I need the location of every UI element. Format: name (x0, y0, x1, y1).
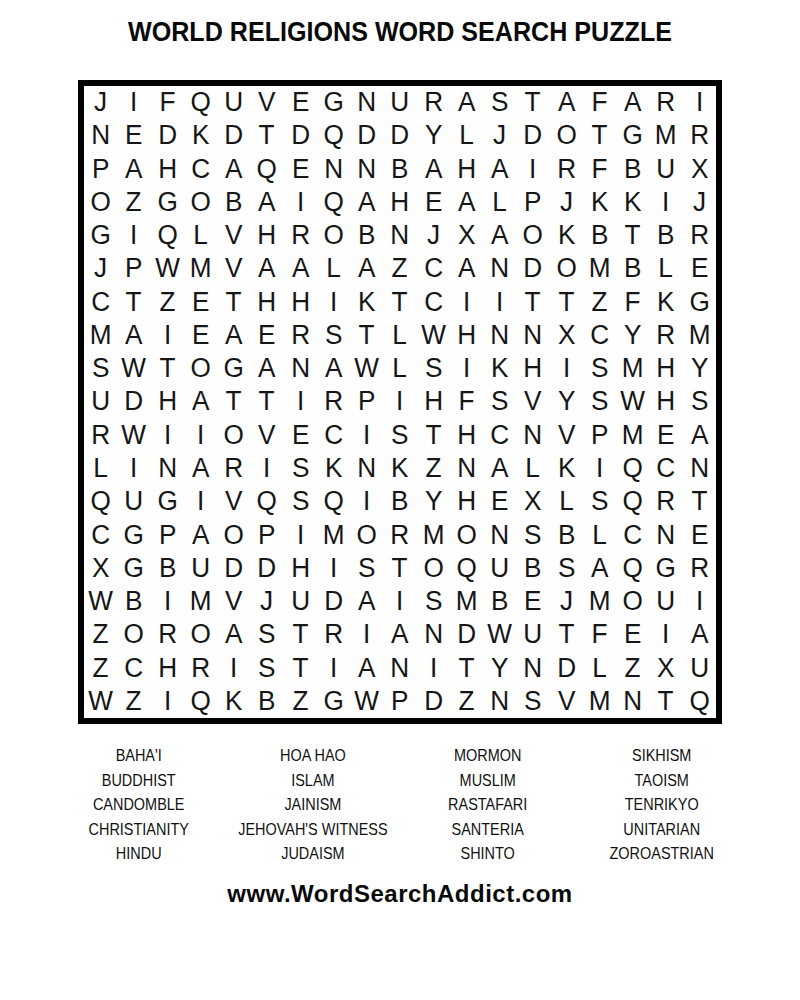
grid-cell-r18c6[interactable]: S (251, 651, 283, 684)
grid-cell-r10c17[interactable]: W (617, 385, 649, 418)
grid-cell-r4c16[interactable]: K (583, 186, 615, 219)
grid-cell-r13c14[interactable]: X (517, 485, 549, 518)
grid-cell-r4c1[interactable]: O (84, 186, 116, 219)
grid-cell-r1c2[interactable]: I (118, 86, 150, 119)
grid-cell-r11c2[interactable]: W (118, 419, 150, 452)
grid-cell-r10c2[interactable]: D (118, 385, 150, 418)
grid-cell-r14c11[interactable]: M (417, 518, 449, 551)
grid-cell-r10c7[interactable]: I (284, 385, 316, 418)
grid-cell-r12c3[interactable]: N (151, 452, 183, 485)
grid-cell-r8c12[interactable]: H (450, 319, 482, 352)
grid-cell-r5c10[interactable]: N (384, 219, 416, 252)
grid-cell-r11c6[interactable]: V (251, 419, 283, 452)
grid-cell-r5c11[interactable]: J (417, 219, 449, 252)
grid-cell-r7c4[interactable]: E (184, 286, 216, 319)
grid-cell-r18c18[interactable]: X (650, 651, 682, 684)
grid-cell-r12c18[interactable]: C (650, 452, 682, 485)
grid-cell-r7c5[interactable]: T (218, 286, 250, 319)
grid-cell-r14c19[interactable]: E (683, 518, 715, 551)
grid-cell-r19c10[interactable]: P (384, 685, 416, 718)
grid-cell-r2c10[interactable]: D (384, 119, 416, 152)
grid-cell-r7c6[interactable]: H (251, 286, 283, 319)
grid-cell-r6c3[interactable]: W (151, 252, 183, 285)
grid-cell-r3c4[interactable]: C (184, 153, 216, 186)
grid-cell-r7c17[interactable]: F (617, 286, 649, 319)
grid-cell-r3c3[interactable]: H (151, 153, 183, 186)
grid-cell-r17c15[interactable]: T (550, 618, 582, 651)
grid-cell-r12c9[interactable]: N (351, 452, 383, 485)
grid-cell-r5c1[interactable]: G (84, 219, 116, 252)
grid-cell-r2c15[interactable]: O (550, 119, 582, 152)
grid-cell-r11c16[interactable]: P (583, 419, 615, 452)
grid-cell-r8c15[interactable]: X (550, 319, 582, 352)
grid-cell-r16c9[interactable]: A (351, 585, 383, 618)
grid-cell-r18c3[interactable]: H (151, 651, 183, 684)
grid-cell-r13c11[interactable]: Y (417, 485, 449, 518)
grid-cell-r13c4[interactable]: I (184, 485, 216, 518)
grid-cell-r8c18[interactable]: R (650, 319, 682, 352)
grid-cell-r9c1[interactable]: S (84, 352, 116, 385)
grid-cell-r8c13[interactable]: N (484, 319, 516, 352)
grid-cell-r15c19[interactable]: R (683, 552, 715, 585)
grid-cell-r4c5[interactable]: B (218, 186, 250, 219)
grid-cell-r1c7[interactable]: E (284, 86, 316, 119)
grid-cell-r14c5[interactable]: O (218, 518, 250, 551)
grid-cell-r2c18[interactable]: M (650, 119, 682, 152)
grid-cell-r9c16[interactable]: S (583, 352, 615, 385)
grid-cell-r8c17[interactable]: Y (617, 319, 649, 352)
grid-cell-r16c10[interactable]: I (384, 585, 416, 618)
grid-cell-r2c11[interactable]: Y (417, 119, 449, 152)
grid-cell-r18c14[interactable]: N (517, 651, 549, 684)
grid-cell-r6c16[interactable]: M (583, 252, 615, 285)
grid-cell-r9c14[interactable]: H (517, 352, 549, 385)
grid-cell-r18c10[interactable]: N (384, 651, 416, 684)
grid-cell-r7c14[interactable]: T (517, 286, 549, 319)
grid-cell-r19c6[interactable]: B (251, 685, 283, 718)
grid-cell-r11c15[interactable]: V (550, 419, 582, 452)
grid-cell-r19c18[interactable]: T (650, 685, 682, 718)
grid-cell-r11c1[interactable]: R (84, 419, 116, 452)
grid-cell-r9c3[interactable]: T (151, 352, 183, 385)
grid-cell-r13c5[interactable]: V (218, 485, 250, 518)
grid-cell-r1c4[interactable]: Q (184, 86, 216, 119)
grid-cell-r16c15[interactable]: J (550, 585, 582, 618)
grid-cell-r18c9[interactable]: A (351, 651, 383, 684)
grid-cell-r5c19[interactable]: R (683, 219, 715, 252)
grid-cell-r1c9[interactable]: N (351, 86, 383, 119)
grid-cell-r14c1[interactable]: C (84, 518, 116, 551)
grid-cell-r16c5[interactable]: V (218, 585, 250, 618)
grid-cell-r15c13[interactable]: U (484, 552, 516, 585)
grid-cell-r7c12[interactable]: I (450, 286, 482, 319)
grid-cell-r6c2[interactable]: P (118, 252, 150, 285)
grid-cell-r14c6[interactable]: P (251, 518, 283, 551)
grid-cell-r9c18[interactable]: H (650, 352, 682, 385)
grid-cell-r19c7[interactable]: Z (284, 685, 316, 718)
grid-cell-r10c1[interactable]: U (84, 385, 116, 418)
grid-cell-r12c1[interactable]: L (84, 452, 116, 485)
grid-cell-r7c13[interactable]: I (484, 286, 516, 319)
grid-cell-r19c17[interactable]: N (617, 685, 649, 718)
grid-cell-r3c12[interactable]: H (450, 153, 482, 186)
grid-cell-r8c19[interactable]: M (683, 319, 715, 352)
grid-cell-r12c15[interactable]: K (550, 452, 582, 485)
grid-cell-r6c14[interactable]: D (517, 252, 549, 285)
grid-cell-r9c7[interactable]: N (284, 352, 316, 385)
grid-cell-r9c4[interactable]: O (184, 352, 216, 385)
grid-cell-r14c7[interactable]: I (284, 518, 316, 551)
grid-cell-r17c9[interactable]: I (351, 618, 383, 651)
grid-cell-r10c6[interactable]: T (251, 385, 283, 418)
grid-cell-r19c13[interactable]: N (484, 685, 516, 718)
grid-cell-r8c11[interactable]: W (417, 319, 449, 352)
grid-cell-r3c13[interactable]: A (484, 153, 516, 186)
grid-cell-r10c12[interactable]: F (450, 385, 482, 418)
grid-cell-r19c9[interactable]: W (351, 685, 383, 718)
grid-cell-r9c9[interactable]: W (351, 352, 383, 385)
grid-cell-r14c16[interactable]: L (583, 518, 615, 551)
grid-cell-r18c7[interactable]: T (284, 651, 316, 684)
grid-cell-r18c12[interactable]: T (450, 651, 482, 684)
grid-cell-r14c18[interactable]: N (650, 518, 682, 551)
grid-cell-r15c18[interactable]: G (650, 552, 682, 585)
grid-cell-r11c4[interactable]: I (184, 419, 216, 452)
grid-cell-r5c5[interactable]: V (218, 219, 250, 252)
grid-cell-r2c3[interactable]: D (151, 119, 183, 152)
grid-cell-r5c2[interactable]: I (118, 219, 150, 252)
grid-cell-r16c18[interactable]: U (650, 585, 682, 618)
grid-cell-r7c15[interactable]: T (550, 286, 582, 319)
grid-cell-r15c8[interactable]: I (317, 552, 349, 585)
grid-cell-r17c17[interactable]: E (617, 618, 649, 651)
grid-cell-r4c13[interactable]: L (484, 186, 516, 219)
grid-cell-r10c13[interactable]: S (484, 385, 516, 418)
grid-cell-r1c3[interactable]: F (151, 86, 183, 119)
grid-cell-r18c11[interactable]: I (417, 651, 449, 684)
grid-cell-r8c1[interactable]: M (84, 319, 116, 352)
grid-cell-r18c19[interactable]: U (683, 651, 715, 684)
grid-cell-r7c7[interactable]: H (284, 286, 316, 319)
grid-cell-r16c6[interactable]: J (251, 585, 283, 618)
grid-cell-r12c4[interactable]: A (184, 452, 216, 485)
grid-cell-r6c4[interactable]: M (184, 252, 216, 285)
grid-cell-r11c12[interactable]: H (450, 419, 482, 452)
grid-cell-r5c14[interactable]: O (517, 219, 549, 252)
grid-cell-r14c2[interactable]: G (118, 518, 150, 551)
grid-cell-r19c4[interactable]: Q (184, 685, 216, 718)
grid-cell-r15c17[interactable]: Q (617, 552, 649, 585)
grid-cell-r17c14[interactable]: U (517, 618, 549, 651)
grid-cell-r17c19[interactable]: A (683, 618, 715, 651)
grid-cell-r17c1[interactable]: Z (84, 618, 116, 651)
grid-cell-r2c13[interactable]: J (484, 119, 516, 152)
grid-cell-r13c9[interactable]: I (351, 485, 383, 518)
grid-cell-r15c10[interactable]: T (384, 552, 416, 585)
grid-cell-r19c16[interactable]: M (583, 685, 615, 718)
grid-cell-r6c18[interactable]: L (650, 252, 682, 285)
grid-cell-r16c16[interactable]: M (583, 585, 615, 618)
grid-cell-r6c1[interactable]: J (84, 252, 116, 285)
grid-cell-r5c13[interactable]: A (484, 219, 516, 252)
grid-cell-r9c19[interactable]: Y (683, 352, 715, 385)
grid-cell-r1c18[interactable]: R (650, 86, 682, 119)
grid-cell-r16c3[interactable]: I (151, 585, 183, 618)
grid-cell-r6c11[interactable]: C (417, 252, 449, 285)
grid-cell-r11c17[interactable]: M (617, 419, 649, 452)
grid-cell-r12c6[interactable]: I (251, 452, 283, 485)
grid-cell-r4c18[interactable]: I (650, 186, 682, 219)
grid-cell-r10c5[interactable]: T (218, 385, 250, 418)
grid-cell-r6c7[interactable]: A (284, 252, 316, 285)
grid-cell-r18c5[interactable]: I (218, 651, 250, 684)
grid-cell-r5c18[interactable]: B (650, 219, 682, 252)
grid-cell-r13c19[interactable]: T (683, 485, 715, 518)
grid-cell-r2c6[interactable]: T (251, 119, 283, 152)
grid-cell-r11c9[interactable]: I (351, 419, 383, 452)
grid-cell-r13c13[interactable]: E (484, 485, 516, 518)
grid-cell-r4c8[interactable]: Q (317, 186, 349, 219)
grid-cell-r4c12[interactable]: A (450, 186, 482, 219)
grid-cell-r11c10[interactable]: S (384, 419, 416, 452)
grid-cell-r17c3[interactable]: R (151, 618, 183, 651)
grid-cell-r15c1[interactable]: X (84, 552, 116, 585)
grid-cell-r11c13[interactable]: C (484, 419, 516, 452)
grid-cell-r16c13[interactable]: B (484, 585, 516, 618)
grid-cell-r15c3[interactable]: B (151, 552, 183, 585)
grid-cell-r9c12[interactable]: I (450, 352, 482, 385)
grid-cell-r15c4[interactable]: U (184, 552, 216, 585)
grid-cell-r17c10[interactable]: A (384, 618, 416, 651)
grid-cell-r3c9[interactable]: N (351, 153, 383, 186)
grid-cell-r3c18[interactable]: U (650, 153, 682, 186)
grid-cell-r4c14[interactable]: P (517, 186, 549, 219)
grid-cell-r1c11[interactable]: R (417, 86, 449, 119)
grid-cell-r9c17[interactable]: M (617, 352, 649, 385)
grid-cell-r1c19[interactable]: I (683, 86, 715, 119)
grid-cell-r6c6[interactable]: A (251, 252, 283, 285)
grid-cell-r10c9[interactable]: P (351, 385, 383, 418)
grid-cell-r9c2[interactable]: W (118, 352, 150, 385)
grid-cell-r9c11[interactable]: S (417, 352, 449, 385)
grid-cell-r11c11[interactable]: T (417, 419, 449, 452)
grid-cell-r17c2[interactable]: O (118, 618, 150, 651)
grid-cell-r2c16[interactable]: T (583, 119, 615, 152)
grid-cell-r11c18[interactable]: E (650, 419, 682, 452)
grid-cell-r16c12[interactable]: M (450, 585, 482, 618)
grid-cell-r15c9[interactable]: S (351, 552, 383, 585)
grid-cell-r18c13[interactable]: Y (484, 651, 516, 684)
grid-cell-r2c8[interactable]: Q (317, 119, 349, 152)
grid-cell-r1c6[interactable]: V (251, 86, 283, 119)
grid-cell-r16c8[interactable]: D (317, 585, 349, 618)
grid-cell-r18c2[interactable]: C (118, 651, 150, 684)
grid-cell-r10c19[interactable]: S (683, 385, 715, 418)
grid-cell-r15c11[interactable]: O (417, 552, 449, 585)
grid-cell-r12c13[interactable]: A (484, 452, 516, 485)
grid-cell-r12c10[interactable]: K (384, 452, 416, 485)
grid-cell-r6c5[interactable]: V (218, 252, 250, 285)
grid-cell-r2c19[interactable]: R (683, 119, 715, 152)
grid-cell-r13c17[interactable]: Q (617, 485, 649, 518)
grid-cell-r9c13[interactable]: K (484, 352, 516, 385)
grid-cell-r17c16[interactable]: F (583, 618, 615, 651)
grid-cell-r2c7[interactable]: D (284, 119, 316, 152)
grid-cell-r14c9[interactable]: O (351, 518, 383, 551)
grid-cell-r3c6[interactable]: Q (251, 153, 283, 186)
grid-cell-r10c4[interactable]: A (184, 385, 216, 418)
grid-cell-r12c2[interactable]: I (118, 452, 150, 485)
grid-cell-r9c15[interactable]: I (550, 352, 582, 385)
grid-cell-r4c11[interactable]: E (417, 186, 449, 219)
grid-cell-r17c13[interactable]: W (484, 618, 516, 651)
grid-cell-r3c11[interactable]: A (417, 153, 449, 186)
grid-cell-r9c5[interactable]: G (218, 352, 250, 385)
grid-cell-r15c14[interactable]: B (517, 552, 549, 585)
grid-cell-r8c8[interactable]: S (317, 319, 349, 352)
grid-cell-r17c7[interactable]: T (284, 618, 316, 651)
grid-cell-r5c6[interactable]: H (251, 219, 283, 252)
grid-cell-r13c18[interactable]: R (650, 485, 682, 518)
grid-cell-r10c16[interactable]: S (583, 385, 615, 418)
grid-cell-r4c3[interactable]: G (151, 186, 183, 219)
grid-cell-r3c16[interactable]: F (583, 153, 615, 186)
grid-cell-r4c19[interactable]: J (683, 186, 715, 219)
grid-cell-r3c5[interactable]: A (218, 153, 250, 186)
grid-cell-r8c2[interactable]: A (118, 319, 150, 352)
grid-cell-r1c13[interactable]: S (484, 86, 516, 119)
grid-cell-r19c8[interactable]: G (317, 685, 349, 718)
grid-cell-r19c11[interactable]: D (417, 685, 449, 718)
grid-cell-r3c19[interactable]: X (683, 153, 715, 186)
grid-cell-r8c6[interactable]: E (251, 319, 283, 352)
grid-cell-r11c14[interactable]: N (517, 419, 549, 452)
grid-cell-r3c1[interactable]: P (84, 153, 116, 186)
grid-cell-r8c4[interactable]: E (184, 319, 216, 352)
grid-cell-r7c18[interactable]: K (650, 286, 682, 319)
grid-cell-r19c2[interactable]: Z (118, 685, 150, 718)
grid-cell-r12c11[interactable]: Z (417, 452, 449, 485)
grid-cell-r5c3[interactable]: Q (151, 219, 183, 252)
grid-cell-r3c2[interactable]: A (118, 153, 150, 186)
grid-cell-r7c3[interactable]: Z (151, 286, 183, 319)
grid-cell-r5c16[interactable]: B (583, 219, 615, 252)
grid-cell-r19c15[interactable]: V (550, 685, 582, 718)
grid-cell-r16c2[interactable]: B (118, 585, 150, 618)
grid-cell-r6c13[interactable]: N (484, 252, 516, 285)
grid-cell-r19c14[interactable]: S (517, 685, 549, 718)
grid-cell-r12c17[interactable]: Q (617, 452, 649, 485)
grid-cell-r1c10[interactable]: U (384, 86, 416, 119)
grid-cell-r17c8[interactable]: R (317, 618, 349, 651)
grid-cell-r10c8[interactable]: R (317, 385, 349, 418)
grid-cell-r10c14[interactable]: V (517, 385, 549, 418)
grid-cell-r13c2[interactable]: U (118, 485, 150, 518)
grid-cell-r10c18[interactable]: H (650, 385, 682, 418)
grid-cell-r10c10[interactable]: I (384, 385, 416, 418)
grid-cell-r2c14[interactable]: D (517, 119, 549, 152)
grid-cell-r13c7[interactable]: S (284, 485, 316, 518)
grid-cell-r6c17[interactable]: B (617, 252, 649, 285)
grid-cell-r15c2[interactable]: G (118, 552, 150, 585)
grid-cell-r14c8[interactable]: M (317, 518, 349, 551)
grid-cell-r14c14[interactable]: S (517, 518, 549, 551)
grid-cell-r5c9[interactable]: B (351, 219, 383, 252)
grid-cell-r4c2[interactable]: Z (118, 186, 150, 219)
grid-cell-r15c7[interactable]: H (284, 552, 316, 585)
grid-cell-r4c7[interactable]: I (284, 186, 316, 219)
grid-cell-r19c19[interactable]: Q (683, 685, 715, 718)
grid-cell-r9c6[interactable]: A (251, 352, 283, 385)
grid-cell-r12c14[interactable]: L (517, 452, 549, 485)
grid-cell-r18c4[interactable]: R (184, 651, 216, 684)
grid-cell-r8c16[interactable]: C (583, 319, 615, 352)
grid-cell-r4c10[interactable]: H (384, 186, 416, 219)
grid-cell-r1c14[interactable]: T (517, 86, 549, 119)
grid-cell-r3c7[interactable]: E (284, 153, 316, 186)
grid-cell-r3c8[interactable]: N (317, 153, 349, 186)
grid-cell-r6c10[interactable]: Z (384, 252, 416, 285)
grid-cell-r5c4[interactable]: L (184, 219, 216, 252)
grid-cell-r5c7[interactable]: R (284, 219, 316, 252)
grid-cell-r2c2[interactable]: E (118, 119, 150, 152)
grid-cell-r13c10[interactable]: B (384, 485, 416, 518)
grid-cell-r14c12[interactable]: O (450, 518, 482, 551)
grid-cell-r15c15[interactable]: S (550, 552, 582, 585)
grid-cell-r4c17[interactable]: K (617, 186, 649, 219)
grid-cell-r6c12[interactable]: A (450, 252, 482, 285)
grid-cell-r2c4[interactable]: K (184, 119, 216, 152)
grid-cell-r12c7[interactable]: S (284, 452, 316, 485)
grid-cell-r3c17[interactable]: B (617, 153, 649, 186)
grid-cell-r7c1[interactable]: C (84, 286, 116, 319)
grid-cell-r7c10[interactable]: T (384, 286, 416, 319)
grid-cell-r9c10[interactable]: L (384, 352, 416, 385)
grid-cell-r2c1[interactable]: N (84, 119, 116, 152)
grid-cell-r15c5[interactable]: D (218, 552, 250, 585)
grid-cell-r18c16[interactable]: L (583, 651, 615, 684)
grid-cell-r14c17[interactable]: C (617, 518, 649, 551)
grid-cell-r13c1[interactable]: Q (84, 485, 116, 518)
grid-cell-r3c15[interactable]: R (550, 153, 582, 186)
grid-cell-r6c15[interactable]: O (550, 252, 582, 285)
grid-cell-r18c1[interactable]: Z (84, 651, 116, 684)
grid-cell-r5c17[interactable]: T (617, 219, 649, 252)
grid-cell-r18c15[interactable]: D (550, 651, 582, 684)
grid-cell-r19c1[interactable]: W (84, 685, 116, 718)
grid-cell-r12c8[interactable]: K (317, 452, 349, 485)
grid-cell-r10c15[interactable]: Y (550, 385, 582, 418)
grid-cell-r7c19[interactable]: G (683, 286, 715, 319)
grid-cell-r2c12[interactable]: L (450, 119, 482, 152)
grid-cell-r13c8[interactable]: Q (317, 485, 349, 518)
grid-cell-r12c19[interactable]: N (683, 452, 715, 485)
grid-cell-r3c10[interactable]: B (384, 153, 416, 186)
grid-cell-r14c15[interactable]: B (550, 518, 582, 551)
grid-cell-r1c5[interactable]: U (218, 86, 250, 119)
grid-cell-r18c17[interactable]: Z (617, 651, 649, 684)
grid-cell-r19c5[interactable]: K (218, 685, 250, 718)
grid-cell-r2c9[interactable]: D (351, 119, 383, 152)
grid-cell-r17c4[interactable]: O (184, 618, 216, 651)
grid-cell-r16c19[interactable]: I (683, 585, 715, 618)
grid-cell-r14c13[interactable]: N (484, 518, 516, 551)
grid-cell-r16c7[interactable]: U (284, 585, 316, 618)
grid-cell-r9c8[interactable]: A (317, 352, 349, 385)
grid-cell-r13c16[interactable]: S (583, 485, 615, 518)
grid-cell-r15c16[interactable]: A (583, 552, 615, 585)
grid-cell-r1c15[interactable]: A (550, 86, 582, 119)
